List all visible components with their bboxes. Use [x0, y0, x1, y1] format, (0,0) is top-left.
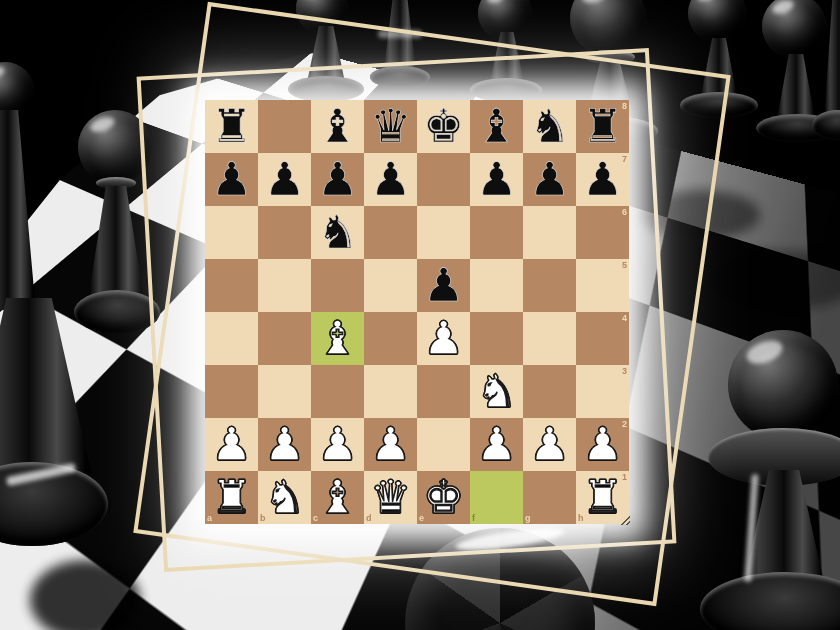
glass-pawn-icon — [762, 0, 826, 58]
chess-board[interactable]: ♜♝♛♚♝♞♜8♟♟♟♟♟♟♟7♞6♟5♝♟4♞3♟♟♟♟♟♟♟2♜a♞b♝c♛… — [205, 100, 629, 524]
black-knight-g8[interactable]: ♞ — [523, 99, 576, 152]
glass-pawn-icon — [88, 186, 144, 298]
white-pawn-e4[interactable]: ♟ — [417, 311, 470, 364]
square-e4[interactable]: ♟ — [417, 312, 470, 365]
square-h4[interactable]: 4 — [576, 312, 629, 365]
glass-pawn-icon — [688, 0, 746, 42]
glass-pawn-icon — [700, 572, 840, 630]
square-b8[interactable] — [258, 100, 311, 153]
square-d8[interactable]: ♛ — [364, 100, 417, 153]
coord-rank-8: 8 — [622, 101, 627, 111]
black-pawn-a7[interactable]: ♟ — [205, 152, 258, 205]
coord-rank-7: 7 — [622, 154, 627, 164]
square-c7[interactable]: ♟ — [311, 153, 364, 206]
square-d6[interactable] — [364, 206, 417, 259]
coord-file-e: e — [419, 513, 424, 523]
glass-pawn-icon — [0, 298, 92, 474]
square-h3[interactable]: 3 — [576, 365, 629, 418]
coord-file-h: h — [578, 513, 584, 523]
square-e8[interactable]: ♚ — [417, 100, 470, 153]
square-f7[interactable]: ♟ — [470, 153, 523, 206]
glass-pawn-icon — [570, 0, 646, 56]
square-c2[interactable]: ♟ — [311, 418, 364, 471]
square-h7[interactable]: ♟7 — [576, 153, 629, 206]
square-d2[interactable]: ♟ — [364, 418, 417, 471]
square-d3[interactable] — [364, 365, 417, 418]
square-g6[interactable] — [523, 206, 576, 259]
square-b4[interactable] — [258, 312, 311, 365]
square-h6[interactable]: 6 — [576, 206, 629, 259]
square-b3[interactable] — [258, 365, 311, 418]
square-g8[interactable]: ♞ — [523, 100, 576, 153]
white-rook-a1[interactable]: ♜ — [205, 470, 258, 523]
square-a4[interactable] — [205, 312, 258, 365]
square-h1[interactable]: ♜1h — [576, 471, 629, 524]
white-pawn-c2[interactable]: ♟ — [311, 417, 364, 470]
coord-file-f: f — [472, 513, 475, 523]
piece-reflection — [30, 560, 140, 630]
square-g5[interactable] — [523, 259, 576, 312]
square-c5[interactable] — [311, 259, 364, 312]
white-king-e1[interactable]: ♚ — [417, 470, 470, 523]
square-c3[interactable] — [311, 365, 364, 418]
coord-file-a: a — [207, 513, 212, 523]
square-g1[interactable]: g — [523, 471, 576, 524]
square-c6[interactable]: ♞ — [311, 206, 364, 259]
square-a2[interactable]: ♟ — [205, 418, 258, 471]
coord-rank-1: 1 — [622, 472, 627, 482]
white-pawn-g2[interactable]: ♟ — [523, 417, 576, 470]
square-h5[interactable]: 5 — [576, 259, 629, 312]
white-pawn-a2[interactable]: ♟ — [205, 417, 258, 470]
white-bishop-c1[interactable]: ♝ — [311, 470, 364, 523]
glass-pawn-icon — [728, 330, 838, 440]
piece-reflection — [700, 250, 840, 310]
square-a3[interactable] — [205, 365, 258, 418]
square-f2[interactable]: ♟ — [470, 418, 523, 471]
square-d1[interactable]: ♛d — [364, 471, 417, 524]
coord-rank-6: 6 — [622, 207, 627, 217]
square-a1[interactable]: ♜a — [205, 471, 258, 524]
square-b6[interactable] — [258, 206, 311, 259]
coord-file-g: g — [525, 513, 531, 523]
black-pawn-f7[interactable]: ♟ — [470, 152, 523, 205]
square-b1[interactable]: ♞b — [258, 471, 311, 524]
square-f3[interactable]: ♞ — [470, 365, 523, 418]
square-f1[interactable]: f — [470, 471, 523, 524]
coord-rank-3: 3 — [622, 366, 627, 376]
coord-rank-4: 4 — [622, 313, 627, 323]
coord-file-b: b — [260, 513, 266, 523]
square-d5[interactable] — [364, 259, 417, 312]
white-pawn-d2[interactable]: ♟ — [364, 417, 417, 470]
black-bishop-c8[interactable]: ♝ — [311, 99, 364, 152]
coord-rank-2: 2 — [622, 419, 627, 429]
square-f5[interactable] — [470, 259, 523, 312]
square-e5[interactable]: ♟ — [417, 259, 470, 312]
square-h8[interactable]: ♜8 — [576, 100, 629, 153]
square-g7[interactable]: ♟ — [523, 153, 576, 206]
square-e6[interactable] — [417, 206, 470, 259]
square-d4[interactable] — [364, 312, 417, 365]
screenshot-stage: ♜♝♛♚♝♞♜8♟♟♟♟♟♟♟7♞6♟5♝♟4♞3♟♟♟♟♟♟♟2♜a♞b♝c♛… — [0, 0, 840, 630]
square-a7[interactable]: ♟ — [205, 153, 258, 206]
square-g3[interactable] — [523, 365, 576, 418]
square-a5[interactable] — [205, 259, 258, 312]
glass-piece-icon — [0, 110, 36, 310]
black-queen-d8[interactable]: ♛ — [364, 99, 417, 152]
white-pawn-f2[interactable]: ♟ — [470, 417, 523, 470]
black-bishop-f8[interactable]: ♝ — [470, 99, 523, 152]
glass-piece-icon — [824, 0, 840, 120]
square-d7[interactable]: ♟ — [364, 153, 417, 206]
glass-pawn-icon — [74, 290, 160, 334]
coord-file-d: d — [366, 513, 372, 523]
square-f6[interactable] — [470, 206, 523, 259]
black-pawn-b7[interactable]: ♟ — [258, 152, 311, 205]
black-pawn-c7[interactable]: ♟ — [311, 152, 364, 205]
square-a8[interactable]: ♜ — [205, 100, 258, 153]
black-king-e8[interactable]: ♚ — [417, 99, 470, 152]
square-b5[interactable] — [258, 259, 311, 312]
white-knight-f3[interactable]: ♞ — [470, 364, 523, 417]
square-g4[interactable] — [523, 312, 576, 365]
square-e7[interactable] — [417, 153, 470, 206]
square-e2[interactable] — [417, 418, 470, 471]
white-queen-d1[interactable]: ♛ — [364, 470, 417, 523]
coord-file-c: c — [313, 513, 318, 523]
square-h2[interactable]: ♟2 — [576, 418, 629, 471]
white-pawn-b2[interactable]: ♟ — [258, 417, 311, 470]
coord-rank-5: 5 — [622, 260, 627, 270]
black-pawn-d7[interactable]: ♟ — [364, 152, 417, 205]
square-c4[interactable]: ♝ — [311, 312, 364, 365]
black-pawn-e5[interactable]: ♟ — [417, 258, 470, 311]
black-knight-c6[interactable]: ♞ — [311, 205, 364, 258]
square-e3[interactable] — [417, 365, 470, 418]
square-e1[interactable]: ♚e — [417, 471, 470, 524]
black-rook-a8[interactable]: ♜ — [205, 99, 258, 152]
square-a6[interactable] — [205, 206, 258, 259]
white-bishop-c4[interactable]: ♝ — [311, 311, 364, 364]
square-c8[interactable]: ♝ — [311, 100, 364, 153]
square-f8[interactable]: ♝ — [470, 100, 523, 153]
black-pawn-g7[interactable]: ♟ — [523, 152, 576, 205]
square-b2[interactable]: ♟ — [258, 418, 311, 471]
square-c1[interactable]: ♝c — [311, 471, 364, 524]
square-b7[interactable]: ♟ — [258, 153, 311, 206]
square-g2[interactable]: ♟ — [523, 418, 576, 471]
square-f4[interactable] — [470, 312, 523, 365]
